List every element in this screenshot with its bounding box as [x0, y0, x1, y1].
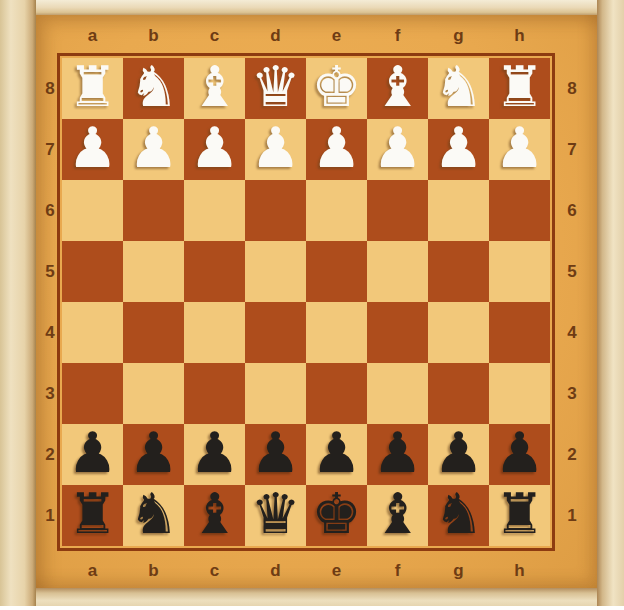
- file-labels-top: abcdefgh: [62, 26, 550, 48]
- square-a4[interactable]: [62, 302, 123, 363]
- square-g4[interactable]: [428, 302, 489, 363]
- piece-white-queen[interactable]: ♛: [250, 56, 300, 117]
- piece-black-rook[interactable]: ♜: [67, 483, 117, 544]
- wooden-frame-left: [0, 0, 36, 606]
- square-a6[interactable]: [62, 180, 123, 241]
- piece-white-pawn[interactable]: ♟: [372, 117, 422, 178]
- piece-white-rook[interactable]: ♜: [494, 56, 544, 117]
- piece-white-rook[interactable]: ♜: [67, 56, 117, 117]
- piece-white-pawn[interactable]: ♟: [311, 117, 361, 178]
- square-g7[interactable]: ♟: [428, 119, 489, 180]
- file-label-c: c: [184, 561, 245, 583]
- square-d8[interactable]: ♛: [245, 58, 306, 119]
- square-a5[interactable]: [62, 241, 123, 302]
- file-label-d: d: [245, 561, 306, 583]
- square-f8[interactable]: ♝: [367, 58, 428, 119]
- piece-white-bishop[interactable]: ♝: [372, 56, 422, 117]
- square-a7[interactable]: ♟: [62, 119, 123, 180]
- piece-black-pawn[interactable]: ♟: [67, 422, 117, 483]
- rank-labels-right: 87654321: [559, 58, 585, 546]
- square-f1[interactable]: ♝: [367, 485, 428, 546]
- square-g2[interactable]: ♟: [428, 424, 489, 485]
- file-label-a: a: [62, 26, 123, 48]
- wooden-frame-bottom: [0, 588, 624, 606]
- square-f7[interactable]: ♟: [367, 119, 428, 180]
- rank-label-8: 8: [559, 58, 585, 119]
- square-f6[interactable]: [367, 180, 428, 241]
- square-b5[interactable]: [123, 241, 184, 302]
- piece-white-pawn[interactable]: ♟: [250, 117, 300, 178]
- square-g3[interactable]: [428, 363, 489, 424]
- piece-black-pawn[interactable]: ♟: [128, 422, 178, 483]
- square-e4[interactable]: [306, 302, 367, 363]
- piece-black-rook[interactable]: ♜: [494, 483, 544, 544]
- rank-label-6: 6: [559, 180, 585, 241]
- file-label-b: b: [123, 561, 184, 583]
- piece-black-pawn[interactable]: ♟: [494, 422, 544, 483]
- piece-black-pawn[interactable]: ♟: [189, 422, 239, 483]
- square-b4[interactable]: [123, 302, 184, 363]
- square-c7[interactable]: ♟: [184, 119, 245, 180]
- square-b2[interactable]: ♟: [123, 424, 184, 485]
- file-labels-bottom: abcdefgh: [62, 561, 550, 583]
- square-g5[interactable]: [428, 241, 489, 302]
- file-label-f: f: [367, 561, 428, 583]
- board-border: ♜♞♝♛♚♝♞♜♟♟♟♟♟♟♟♟♟♟♟♟♟♟♟♟♜♞♝♛♚♝♞♜: [57, 53, 555, 551]
- square-g6[interactable]: [428, 180, 489, 241]
- piece-black-pawn[interactable]: ♟: [433, 422, 483, 483]
- square-e2[interactable]: ♟: [306, 424, 367, 485]
- square-d7[interactable]: ♟: [245, 119, 306, 180]
- file-label-d: d: [245, 26, 306, 48]
- piece-black-queen[interactable]: ♛: [250, 483, 300, 544]
- square-e7[interactable]: ♟: [306, 119, 367, 180]
- square-e3[interactable]: [306, 363, 367, 424]
- piece-black-knight[interactable]: ♞: [433, 483, 483, 544]
- square-b1[interactable]: ♞: [123, 485, 184, 546]
- piece-white-pawn[interactable]: ♟: [67, 117, 117, 178]
- square-f5[interactable]: [367, 241, 428, 302]
- square-d4[interactable]: [245, 302, 306, 363]
- file-label-e: e: [306, 26, 367, 48]
- rank-label-3: 3: [559, 363, 585, 424]
- square-f4[interactable]: [367, 302, 428, 363]
- piece-white-king[interactable]: ♚: [311, 56, 361, 117]
- square-a2[interactable]: ♟: [62, 424, 123, 485]
- square-d6[interactable]: [245, 180, 306, 241]
- piece-black-bishop[interactable]: ♝: [372, 483, 422, 544]
- wooden-frame-top: [0, 0, 624, 15]
- file-label-e: e: [306, 561, 367, 583]
- square-h5[interactable]: [489, 241, 550, 302]
- piece-white-pawn[interactable]: ♟: [189, 117, 239, 178]
- square-d2[interactable]: ♟: [245, 424, 306, 485]
- square-b3[interactable]: [123, 363, 184, 424]
- piece-white-pawn[interactable]: ♟: [128, 117, 178, 178]
- piece-black-pawn[interactable]: ♟: [250, 422, 300, 483]
- file-label-g: g: [428, 561, 489, 583]
- square-c1[interactable]: ♝: [184, 485, 245, 546]
- file-label-h: h: [489, 26, 550, 48]
- square-a3[interactable]: [62, 363, 123, 424]
- square-a1[interactable]: ♜: [62, 485, 123, 546]
- square-h4[interactable]: [489, 302, 550, 363]
- file-label-b: b: [123, 26, 184, 48]
- square-a8[interactable]: ♜: [62, 58, 123, 119]
- piece-black-bishop[interactable]: ♝: [189, 483, 239, 544]
- square-h2[interactable]: ♟: [489, 424, 550, 485]
- square-b6[interactable]: [123, 180, 184, 241]
- file-label-a: a: [62, 561, 123, 583]
- square-e1[interactable]: ♚: [306, 485, 367, 546]
- board-field: abcdefgh abcdefgh 87654321 87654321 ♜♞♝♛…: [36, 15, 597, 588]
- file-label-c: c: [184, 26, 245, 48]
- piece-white-bishop[interactable]: ♝: [189, 56, 239, 117]
- square-e5[interactable]: [306, 241, 367, 302]
- square-c3[interactable]: [184, 363, 245, 424]
- rank-label-1: 1: [559, 485, 585, 546]
- square-h6[interactable]: [489, 180, 550, 241]
- piece-black-king[interactable]: ♚: [311, 483, 361, 544]
- rank-label-7: 7: [559, 119, 585, 180]
- square-b7[interactable]: ♟: [123, 119, 184, 180]
- square-b8[interactable]: ♞: [123, 58, 184, 119]
- file-label-g: g: [428, 26, 489, 48]
- square-h7[interactable]: ♟: [489, 119, 550, 180]
- file-label-f: f: [367, 26, 428, 48]
- square-c2[interactable]: ♟: [184, 424, 245, 485]
- square-c6[interactable]: [184, 180, 245, 241]
- square-c4[interactable]: [184, 302, 245, 363]
- square-c8[interactable]: ♝: [184, 58, 245, 119]
- rank-label-2: 2: [559, 424, 585, 485]
- square-f3[interactable]: [367, 363, 428, 424]
- wooden-frame-right: [597, 0, 624, 606]
- square-d1[interactable]: ♛: [245, 485, 306, 546]
- chess-board: ♜♞♝♛♚♝♞♜♟♟♟♟♟♟♟♟♟♟♟♟♟♟♟♟♜♞♝♛♚♝♞♜: [62, 58, 550, 546]
- piece-white-knight[interactable]: ♞: [433, 56, 483, 117]
- demo-chess-board-photo: abcdefgh abcdefgh 87654321 87654321 ♜♞♝♛…: [0, 0, 624, 610]
- square-f2[interactable]: ♟: [367, 424, 428, 485]
- square-h8[interactable]: ♜: [489, 58, 550, 119]
- piece-white-pawn[interactable]: ♟: [494, 117, 544, 178]
- square-d5[interactable]: [245, 241, 306, 302]
- piece-black-pawn[interactable]: ♟: [372, 422, 422, 483]
- square-h1[interactable]: ♜: [489, 485, 550, 546]
- piece-white-knight[interactable]: ♞: [128, 56, 178, 117]
- square-d3[interactable]: [245, 363, 306, 424]
- piece-black-knight[interactable]: ♞: [128, 483, 178, 544]
- square-c5[interactable]: [184, 241, 245, 302]
- square-h3[interactable]: [489, 363, 550, 424]
- square-g8[interactable]: ♞: [428, 58, 489, 119]
- rank-label-5: 5: [559, 241, 585, 302]
- square-e8[interactable]: ♚: [306, 58, 367, 119]
- piece-black-pawn[interactable]: ♟: [311, 422, 361, 483]
- square-g1[interactable]: ♞: [428, 485, 489, 546]
- rank-label-4: 4: [559, 302, 585, 363]
- square-e6[interactable]: [306, 180, 367, 241]
- file-label-h: h: [489, 561, 550, 583]
- piece-white-pawn[interactable]: ♟: [433, 117, 483, 178]
